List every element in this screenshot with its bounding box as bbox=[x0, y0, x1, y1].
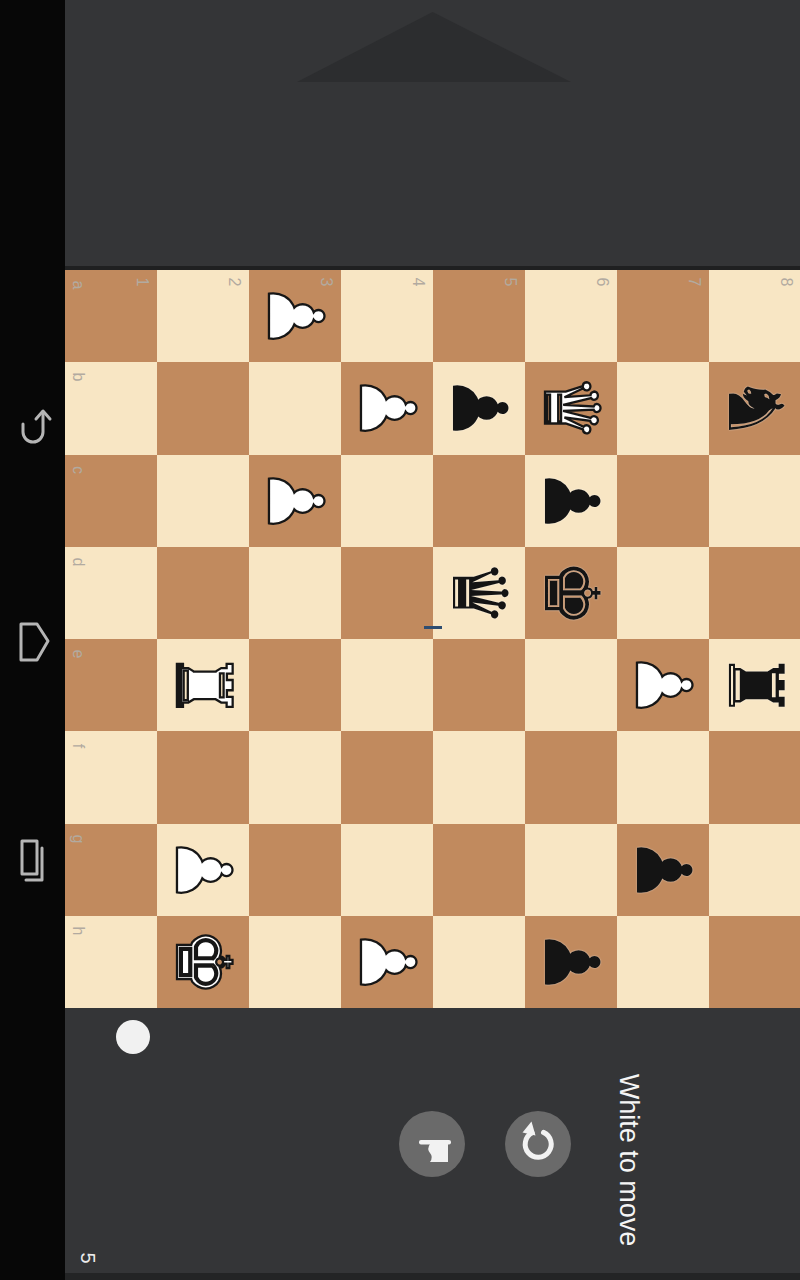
white-turn-indicator-dot bbox=[116, 1020, 150, 1054]
square-h4[interactable]: ♟ bbox=[341, 916, 433, 1008]
square-f5[interactable] bbox=[433, 731, 525, 823]
rank-label-5: 5 bbox=[500, 273, 520, 291]
piece-white-k-h2[interactable]: ♚ bbox=[157, 928, 249, 996]
dash-marker bbox=[424, 626, 442, 629]
square-h2[interactable]: ♚ bbox=[157, 916, 249, 1008]
square-b2[interactable] bbox=[157, 362, 249, 454]
logo-triangle bbox=[297, 12, 571, 82]
square-d2[interactable] bbox=[157, 547, 249, 639]
piece-black-p-g7[interactable]: ♟ bbox=[617, 836, 709, 904]
copy-button[interactable] bbox=[0, 822, 65, 902]
flag-icon bbox=[410, 1121, 454, 1168]
square-c4[interactable] bbox=[341, 455, 433, 547]
rank-label-2: 2 bbox=[224, 273, 244, 291]
copy-icon bbox=[14, 836, 52, 889]
square-e2[interactable]: ♜ bbox=[157, 639, 249, 731]
piece-white-p-b4[interactable]: ♟ bbox=[341, 374, 433, 442]
piece-white-p-h4[interactable]: ♟ bbox=[341, 928, 433, 996]
file-label-c: c bbox=[68, 461, 88, 479]
square-b8[interactable]: ♞ bbox=[709, 362, 800, 454]
file-label-e: e bbox=[68, 645, 88, 663]
piece-white-p-g2[interactable]: ♟ bbox=[157, 836, 249, 904]
square-g3[interactable] bbox=[249, 824, 341, 916]
file-label-a: a bbox=[68, 276, 88, 294]
bottom-panel: White to move 5 bbox=[65, 1008, 800, 1280]
square-c7[interactable] bbox=[617, 455, 709, 547]
square-f6[interactable] bbox=[525, 731, 617, 823]
file-label-f: f bbox=[68, 737, 88, 755]
square-f8[interactable] bbox=[709, 731, 800, 823]
top-panel bbox=[65, 0, 800, 270]
square-d8[interactable] bbox=[709, 547, 800, 639]
restart-button[interactable] bbox=[505, 1111, 571, 1177]
piece-white-p-a3[interactable]: ♟ bbox=[249, 282, 341, 350]
square-b7[interactable] bbox=[617, 362, 709, 454]
square-c5[interactable] bbox=[433, 455, 525, 547]
square-g7[interactable]: ♟ bbox=[617, 824, 709, 916]
puzzle-counter: 5 bbox=[78, 1248, 98, 1268]
square-h8[interactable] bbox=[709, 916, 800, 1008]
square-f4[interactable] bbox=[341, 731, 433, 823]
piece-white-r-e2[interactable]: ♜ bbox=[157, 651, 249, 719]
rank-label-1: 1 bbox=[132, 273, 152, 291]
piece-white-p-e7[interactable]: ♟ bbox=[617, 651, 709, 719]
square-g4[interactable] bbox=[341, 824, 433, 916]
square-d7[interactable] bbox=[617, 547, 709, 639]
square-e8[interactable]: ♜ bbox=[709, 639, 800, 731]
square-d4[interactable] bbox=[341, 547, 433, 639]
rank-label-7: 7 bbox=[684, 273, 704, 291]
turn-status-text: White to move bbox=[614, 1065, 644, 1255]
square-g2[interactable]: ♟ bbox=[157, 824, 249, 916]
square-d5[interactable]: ♛ bbox=[433, 547, 525, 639]
square-e4[interactable] bbox=[341, 639, 433, 731]
next-button[interactable] bbox=[0, 603, 65, 683]
square-c6[interactable]: ♟ bbox=[525, 455, 617, 547]
square-e7[interactable]: ♟ bbox=[617, 639, 709, 731]
square-f2[interactable] bbox=[157, 731, 249, 823]
chess-board: ♟♟♟♛♞♟♟♛♚♜♟♜♟♟♚♟♟abcdefgh12345678 bbox=[65, 270, 800, 1008]
flag-button[interactable] bbox=[399, 1111, 465, 1177]
square-d6[interactable]: ♚ bbox=[525, 547, 617, 639]
rank-label-6: 6 bbox=[592, 273, 612, 291]
square-b6[interactable]: ♛ bbox=[525, 362, 617, 454]
rank-label-8: 8 bbox=[776, 273, 796, 291]
undo-button[interactable] bbox=[0, 385, 65, 465]
piece-black-n-b8[interactable]: ♞ bbox=[709, 374, 800, 442]
left-toolbar bbox=[0, 0, 65, 1280]
square-h3[interactable] bbox=[249, 916, 341, 1008]
rank-label-4: 4 bbox=[408, 273, 428, 291]
piece-black-p-b5[interactable]: ♟ bbox=[433, 374, 525, 442]
piece-black-p-h6[interactable]: ♟ bbox=[525, 928, 617, 996]
undo-arrow-icon bbox=[11, 400, 55, 451]
square-b3[interactable] bbox=[249, 362, 341, 454]
square-f7[interactable] bbox=[617, 731, 709, 823]
square-b5[interactable]: ♟ bbox=[433, 362, 525, 454]
piece-white-p-c3[interactable]: ♟ bbox=[249, 467, 341, 535]
piece-black-k-d6[interactable]: ♚ bbox=[525, 559, 617, 627]
rank-label-3: 3 bbox=[316, 273, 336, 291]
piece-white-q-b6[interactable]: ♛ bbox=[525, 374, 617, 442]
square-g5[interactable] bbox=[433, 824, 525, 916]
square-h6[interactable]: ♟ bbox=[525, 916, 617, 1008]
square-b4[interactable]: ♟ bbox=[341, 362, 433, 454]
square-c8[interactable] bbox=[709, 455, 800, 547]
square-g6[interactable] bbox=[525, 824, 617, 916]
square-c3[interactable]: ♟ bbox=[249, 455, 341, 547]
piece-black-p-c6[interactable]: ♟ bbox=[525, 467, 617, 535]
piece-black-r-e8[interactable]: ♜ bbox=[709, 651, 800, 719]
bottom-edge-shadow bbox=[65, 1273, 800, 1280]
square-e3[interactable] bbox=[249, 639, 341, 731]
square-e5[interactable] bbox=[433, 639, 525, 731]
file-label-h: h bbox=[68, 922, 88, 940]
app-screen: ♟♟♟♛♞♟♟♛♚♜♟♜♟♟♚♟♟abcdefgh12345678 bbox=[0, 0, 800, 1280]
square-e6[interactable] bbox=[525, 639, 617, 731]
square-d3[interactable] bbox=[249, 547, 341, 639]
square-f3[interactable] bbox=[249, 731, 341, 823]
piece-black-q-d5[interactable]: ♛ bbox=[433, 559, 525, 627]
square-h7[interactable] bbox=[617, 916, 709, 1008]
square-g8[interactable] bbox=[709, 824, 800, 916]
square-h5[interactable] bbox=[433, 916, 525, 1008]
square-c2[interactable] bbox=[157, 455, 249, 547]
restart-icon bbox=[515, 1120, 561, 1169]
file-label-g: g bbox=[68, 830, 88, 848]
next-bookmark-icon bbox=[14, 619, 52, 668]
file-label-d: d bbox=[68, 553, 88, 571]
file-label-b: b bbox=[68, 368, 88, 386]
